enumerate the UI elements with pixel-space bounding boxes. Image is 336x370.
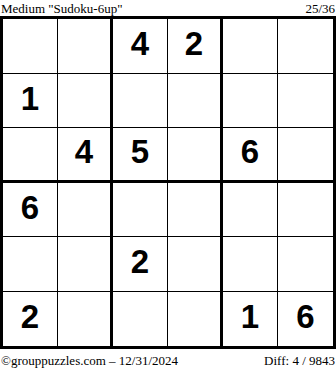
cell-r6c1-given-2: 2	[3, 292, 58, 347]
puzzle-page: Medium "Sudoku-6up" 25/36 42145662216 ©g…	[0, 0, 336, 370]
cell-r1c5-empty[interactable]	[223, 19, 278, 74]
puzzle-title: Medium "Sudoku-6up"	[1, 1, 122, 16]
cell-r1c3-given-4: 4	[113, 19, 168, 74]
cell-r6c3-empty[interactable]	[113, 292, 168, 347]
cell-r4c3-empty[interactable]	[113, 183, 168, 238]
cell-r2c4-empty[interactable]	[168, 74, 223, 129]
cell-r3c6-empty[interactable]	[278, 128, 333, 183]
copyright-text: ©grouppuzzles.com – 12/31/2024	[1, 353, 178, 369]
cell-r4c5-empty[interactable]	[223, 183, 278, 238]
cell-r2c3-empty[interactable]	[113, 74, 168, 129]
cell-r5c3-given-2: 2	[113, 237, 168, 292]
cell-r6c2-empty[interactable]	[58, 292, 113, 347]
cell-r3c1-empty[interactable]	[3, 128, 58, 183]
cell-r6c6-given-6: 6	[278, 292, 333, 347]
sudoku-grid: 42145662216	[0, 16, 336, 349]
puzzle-header: Medium "Sudoku-6up" 25/36	[0, 0, 336, 16]
cell-r2c1-given-1: 1	[3, 74, 58, 129]
puzzle-footer: ©grouppuzzles.com – 12/31/2024 Diff: 4 /…	[0, 352, 336, 369]
difficulty-text: Diff: 4 / 9843	[264, 353, 335, 369]
cell-r5c1-empty[interactable]	[3, 237, 58, 292]
cell-r4c6-empty[interactable]	[278, 183, 333, 238]
cell-r1c4-given-2: 2	[168, 19, 223, 74]
cell-r4c2-empty[interactable]	[58, 183, 113, 238]
cell-r2c5-empty[interactable]	[223, 74, 278, 129]
cell-r3c2-given-4: 4	[58, 128, 113, 183]
cell-r4c4-empty[interactable]	[168, 183, 223, 238]
cell-r1c1-empty[interactable]	[3, 19, 58, 74]
cell-r2c2-empty[interactable]	[58, 74, 113, 129]
cell-r2c6-empty[interactable]	[278, 74, 333, 129]
cell-r6c5-given-1: 1	[223, 292, 278, 347]
cell-r3c5-given-6: 6	[223, 128, 278, 183]
cell-r3c4-empty[interactable]	[168, 128, 223, 183]
remaining-counter: 25/36	[305, 1, 335, 16]
cell-r5c5-empty[interactable]	[223, 237, 278, 292]
cell-r3c3-given-5: 5	[113, 128, 168, 183]
cell-r1c6-empty[interactable]	[278, 19, 333, 74]
cell-r5c6-empty[interactable]	[278, 237, 333, 292]
cell-r4c1-given-6: 6	[3, 183, 58, 238]
cell-r1c2-empty[interactable]	[58, 19, 113, 74]
cell-r6c4-empty[interactable]	[168, 292, 223, 347]
cell-r5c4-empty[interactable]	[168, 237, 223, 292]
cell-r5c2-empty[interactable]	[58, 237, 113, 292]
